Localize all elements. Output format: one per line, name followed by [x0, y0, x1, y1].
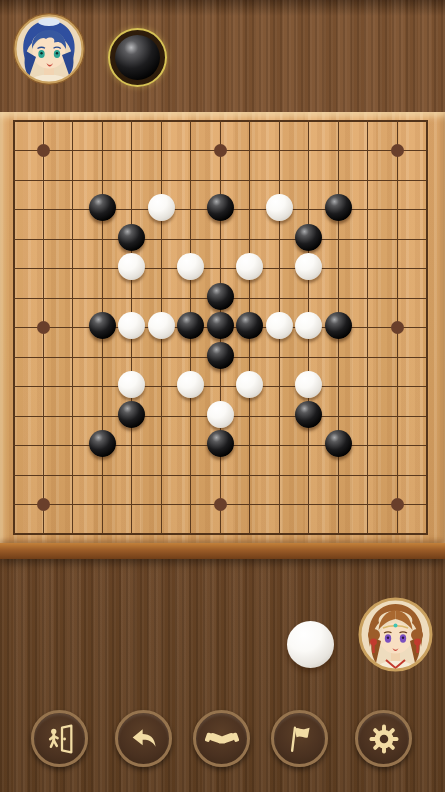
gear-icon — [367, 722, 401, 756]
grid-line-h — [13, 475, 428, 476]
stone-black — [236, 312, 263, 339]
stone-white — [266, 194, 293, 221]
undo-button[interactable] — [115, 710, 172, 767]
stone-black — [325, 194, 352, 221]
stone-white — [177, 371, 204, 398]
settings-button[interactable] — [355, 710, 412, 767]
star-point — [37, 144, 50, 157]
stone-white — [266, 312, 293, 339]
stone-white — [295, 253, 322, 280]
black-stone-turn-indicator — [108, 28, 167, 87]
star-point — [391, 498, 404, 511]
door-exit-icon — [44, 723, 76, 755]
stone-black — [89, 430, 116, 457]
stone-black — [118, 224, 145, 251]
star-point — [37, 321, 50, 334]
stone-black — [89, 312, 116, 339]
flag-icon — [284, 723, 316, 755]
exit-button[interactable] — [31, 710, 88, 767]
stone-white — [236, 253, 263, 280]
stone-black — [325, 312, 352, 339]
stone-white — [236, 371, 263, 398]
stone-black — [295, 401, 322, 428]
game-screen — [0, 0, 445, 792]
stone-black — [295, 224, 322, 251]
grid-line-v — [367, 120, 368, 535]
board-edge — [0, 543, 445, 559]
handshake-icon — [205, 722, 239, 756]
white-stone-indicator — [287, 621, 334, 668]
stone-black — [118, 401, 145, 428]
player-avatar[interactable] — [358, 597, 433, 672]
stone-black — [207, 283, 234, 310]
stone-black — [207, 194, 234, 221]
auburn-haired-girl-portrait — [358, 597, 433, 672]
grid-line-h — [13, 386, 428, 387]
stone-black — [89, 194, 116, 221]
stone-black — [207, 312, 234, 339]
resign-button[interactable] — [271, 710, 328, 767]
star-point — [391, 144, 404, 157]
stone-black — [207, 342, 234, 369]
blue-haired-girl-portrait — [13, 13, 85, 85]
stone-black — [207, 430, 234, 457]
stone-white — [118, 253, 145, 280]
star-point — [214, 144, 227, 157]
star-point — [37, 498, 50, 511]
black-stone-icon — [115, 35, 160, 80]
stone-black — [177, 312, 204, 339]
draw-offer-button[interactable] — [193, 710, 250, 767]
stone-black — [325, 430, 352, 457]
undo-arrow-icon — [128, 723, 160, 755]
grid-line-v — [426, 120, 428, 535]
star-point — [214, 498, 227, 511]
stone-white — [177, 253, 204, 280]
stone-white — [207, 401, 234, 428]
gomoku-board[interactable] — [0, 112, 445, 543]
stone-white — [295, 312, 322, 339]
grid-line-h — [13, 533, 428, 535]
stone-white — [118, 312, 145, 339]
stone-white — [118, 371, 145, 398]
stone-white — [148, 194, 175, 221]
opponent-avatar[interactable] — [13, 13, 85, 85]
stone-white — [148, 312, 175, 339]
star-point — [391, 321, 404, 334]
stone-white — [295, 371, 322, 398]
